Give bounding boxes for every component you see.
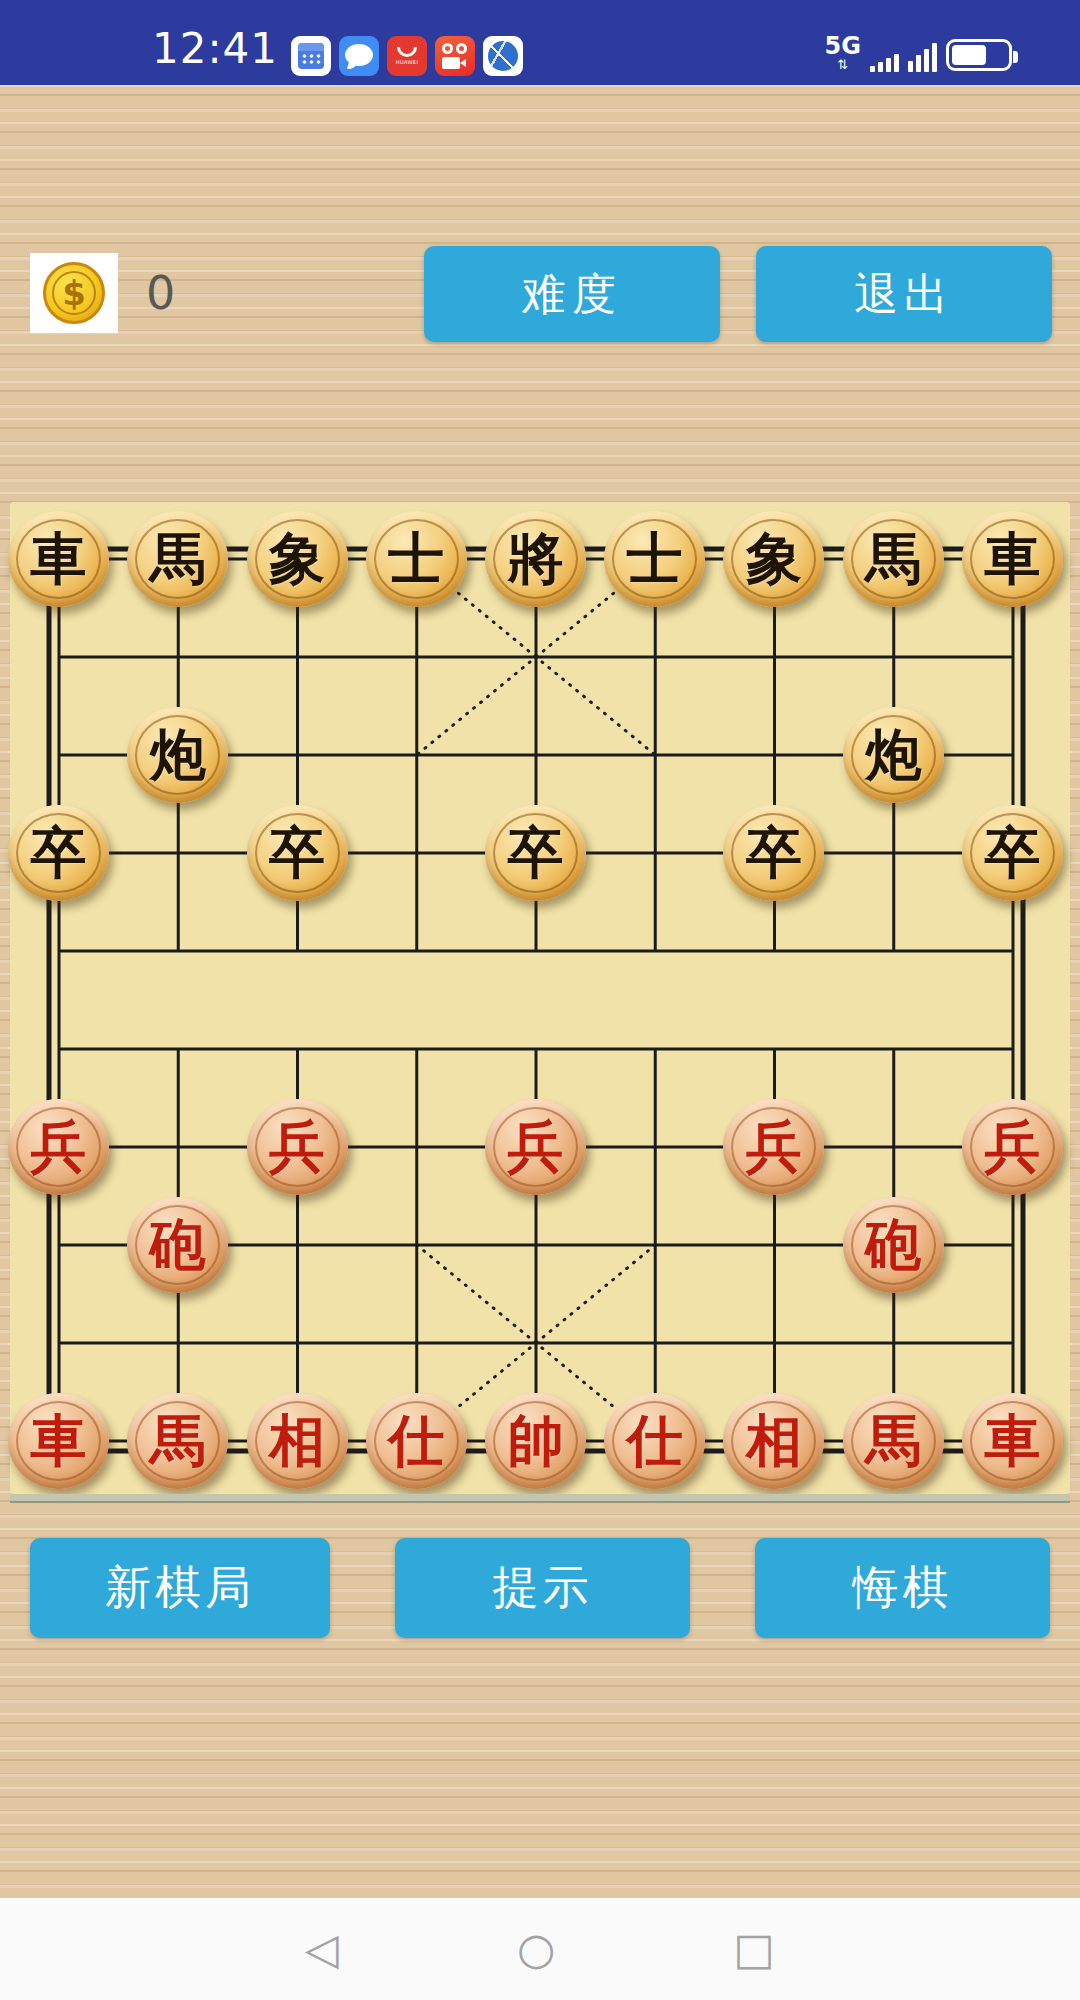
board-intersection[interactable] — [834, 902, 953, 1000]
board-grid: 車馬象士將士象馬車炮炮卒卒卒卒卒兵兵兵兵兵砲砲車馬相仕帥仕相馬車 — [0, 510, 1072, 1490]
piece-red-soldier[interactable]: 兵 — [962, 1099, 1063, 1195]
data-arrows-icon: ⇅ — [837, 58, 848, 71]
board-intersection[interactable] — [953, 608, 1072, 706]
board-intersection[interactable] — [714, 902, 833, 1000]
board-intersection[interactable]: 仕 — [357, 1392, 476, 1490]
board-intersection[interactable] — [834, 1098, 953, 1196]
board-intersection[interactable] — [118, 608, 237, 706]
board-intersection[interactable]: 砲 — [118, 1196, 237, 1294]
piece-glyph: 兵 — [31, 1119, 87, 1175]
piece-glyph: 卒 — [31, 825, 87, 881]
reel-glyph — [456, 43, 467, 54]
piece-black-soldier[interactable]: 卒 — [8, 805, 109, 901]
board-intersection[interactable] — [953, 1294, 1072, 1392]
board-intersection[interactable] — [357, 804, 476, 902]
board-intersection[interactable] — [953, 1196, 1072, 1294]
board-intersection[interactable]: 馬 — [834, 510, 953, 608]
piece-glyph: 象 — [746, 531, 802, 587]
board-intersection[interactable] — [714, 1294, 833, 1392]
piece-glyph: 象 — [269, 531, 325, 587]
piece-glyph: 仕 — [388, 1413, 444, 1469]
piece-glyph: 車 — [984, 1413, 1040, 1469]
piece-black-advisor[interactable]: 士 — [604, 511, 705, 607]
piece-glyph: 兵 — [507, 1119, 563, 1175]
board-intersection[interactable] — [237, 608, 356, 706]
board-intersection[interactable] — [0, 902, 118, 1000]
board-intersection[interactable] — [0, 1000, 118, 1098]
board-intersection[interactable] — [714, 706, 833, 804]
piece-red-chariot[interactable]: 車 — [962, 1393, 1063, 1489]
piece-red-soldier[interactable]: 兵 — [485, 1099, 586, 1195]
board-intersection[interactable] — [834, 804, 953, 902]
board-intersection[interactable] — [357, 1098, 476, 1196]
board-intersection[interactable]: 車 — [0, 510, 118, 608]
app-screen: 12:41 HUAWEI 5G ⇅ — [0, 0, 1080, 2000]
piece-glyph: 卒 — [984, 825, 1040, 881]
piece-black-advisor[interactable]: 士 — [366, 511, 467, 607]
board-intersection[interactable] — [595, 706, 714, 804]
signal-bars-sim2-icon — [908, 43, 937, 72]
piece-glyph: 卒 — [746, 825, 802, 881]
piece-red-cannon[interactable]: 砲 — [843, 1197, 944, 1293]
piece-red-cannon[interactable]: 砲 — [127, 1197, 228, 1293]
xiangqi-board: 車馬象士將士象馬車炮炮卒卒卒卒卒兵兵兵兵兵砲砲車馬相仕帥仕相馬車 — [10, 502, 1070, 1494]
board-intersection[interactable] — [714, 608, 833, 706]
piece-glyph: 士 — [627, 531, 683, 587]
network-type: 5G ⇅ — [825, 34, 861, 71]
piece-black-general[interactable]: 將 — [485, 511, 586, 607]
board-intersection[interactable] — [357, 608, 476, 706]
board-intersection[interactable] — [237, 1196, 356, 1294]
piece-glyph: 兵 — [984, 1119, 1040, 1175]
board-intersection[interactable] — [118, 902, 237, 1000]
piece-glyph: 相 — [269, 1413, 325, 1469]
board-intersection[interactable]: 象 — [237, 510, 356, 608]
piece-red-elephant[interactable]: 相 — [723, 1393, 824, 1489]
board-intersection[interactable]: 馬 — [118, 1392, 237, 1490]
calendar-glyph — [298, 43, 324, 69]
notification-icons: HUAWEI — [291, 36, 523, 76]
piece-black-horse[interactable]: 馬 — [843, 511, 944, 607]
chat-bubble-glyph — [345, 44, 373, 66]
board-intersection[interactable]: 仕 — [595, 1392, 714, 1490]
piece-glyph: 炮 — [150, 727, 206, 783]
board-intersection[interactable] — [595, 902, 714, 1000]
piece-red-soldier[interactable]: 兵 — [247, 1099, 348, 1195]
board-intersection[interactable] — [476, 1294, 595, 1392]
undo-button[interactable]: 悔棋 — [755, 1538, 1050, 1638]
board-intersection[interactable] — [357, 1294, 476, 1392]
piece-red-soldier[interactable]: 兵 — [723, 1099, 824, 1195]
board-intersection[interactable]: 卒 — [476, 804, 595, 902]
board-intersection[interactable] — [357, 902, 476, 1000]
piece-glyph: 馬 — [150, 531, 206, 587]
piece-red-chariot[interactable]: 車 — [8, 1393, 109, 1489]
board-intersection[interactable] — [476, 902, 595, 1000]
piece-black-elephant[interactable]: 象 — [723, 511, 824, 607]
status-bar: 12:41 HUAWEI 5G ⇅ — [0, 0, 1080, 85]
dollar-glyph: $ — [62, 273, 86, 313]
clock: 12:41 — [152, 24, 278, 73]
piece-black-chariot[interactable]: 車 — [962, 511, 1063, 607]
board-intersection[interactable] — [595, 1294, 714, 1392]
piece-glyph: 炮 — [865, 727, 921, 783]
piece-red-horse[interactable]: 馬 — [127, 1393, 228, 1489]
sail-glyph — [397, 47, 417, 57]
coin-icon: $ — [43, 262, 105, 324]
back-button[interactable]: ◁ — [305, 1927, 339, 1971]
board-intersection[interactable]: 砲 — [834, 1196, 953, 1294]
board-intersection[interactable] — [834, 608, 953, 706]
piece-glyph: 兵 — [269, 1119, 325, 1175]
board-intersection[interactable] — [595, 1000, 714, 1098]
exit-button[interactable]: 退出 — [756, 246, 1052, 342]
board-intersection[interactable] — [0, 1294, 118, 1392]
globe-glyph — [488, 41, 518, 71]
network-type-label: 5G — [825, 34, 861, 58]
board-intersection[interactable]: 將 — [476, 510, 595, 608]
board-edge — [10, 1494, 1070, 1503]
battery-icon — [946, 39, 1012, 71]
piece-glyph: 砲 — [150, 1217, 206, 1273]
board-intersection[interactable] — [237, 902, 356, 1000]
piece-glyph: 卒 — [269, 825, 325, 881]
huawei-appstore-icon: HUAWEI — [387, 36, 427, 76]
board-intersection[interactable]: 馬 — [118, 510, 237, 608]
board-intersection[interactable] — [476, 1000, 595, 1098]
board-intersection[interactable] — [237, 706, 356, 804]
board-intersection[interactable] — [953, 1000, 1072, 1098]
piece-black-cannon[interactable]: 炮 — [843, 707, 944, 803]
board-intersection[interactable] — [595, 608, 714, 706]
piece-red-general[interactable]: 帥 — [485, 1393, 586, 1489]
board-intersection[interactable]: 兵 — [714, 1098, 833, 1196]
piece-black-soldier[interactable]: 卒 — [723, 805, 824, 901]
board-intersection[interactable] — [0, 1196, 118, 1294]
board-intersection[interactable] — [714, 1196, 833, 1294]
board-intersection[interactable]: 兵 — [0, 1098, 118, 1196]
piece-black-soldier[interactable]: 卒 — [962, 805, 1063, 901]
board-intersection[interactable]: 兵 — [476, 1098, 595, 1196]
board-intersection[interactable]: 卒 — [953, 804, 1072, 902]
camera-glyph — [442, 57, 460, 69]
piece-glyph: 車 — [984, 531, 1040, 587]
board-intersection[interactable]: 卒 — [0, 804, 118, 902]
board-intersection[interactable] — [118, 1098, 237, 1196]
android-nav-bar: ◁ ○ □ — [0, 1898, 1080, 2000]
board-intersection[interactable] — [237, 1000, 356, 1098]
hint-button[interactable]: 提示 — [395, 1538, 690, 1638]
board-intersection[interactable] — [834, 1000, 953, 1098]
piece-red-soldier[interactable]: 兵 — [8, 1099, 109, 1195]
board-intersection[interactable] — [357, 1000, 476, 1098]
board-intersection[interactable] — [595, 1196, 714, 1294]
board-intersection[interactable]: 相 — [237, 1392, 356, 1490]
piece-black-horse[interactable]: 馬 — [127, 511, 228, 607]
board-intersection[interactable] — [118, 1294, 237, 1392]
battery-fill — [952, 45, 986, 65]
board-intersection[interactable] — [476, 1196, 595, 1294]
piece-glyph: 砲 — [865, 1217, 921, 1273]
piece-glyph: 車 — [31, 1413, 87, 1469]
piece-glyph: 馬 — [865, 1413, 921, 1469]
signal-bars-sim1-icon — [870, 54, 899, 72]
piece-glyph: 兵 — [746, 1119, 802, 1175]
piece-glyph: 仕 — [627, 1413, 683, 1469]
board-intersection[interactable]: 士 — [357, 510, 476, 608]
piece-black-cannon[interactable]: 炮 — [127, 707, 228, 803]
piece-black-elephant[interactable]: 象 — [247, 511, 348, 607]
board-intersection[interactable] — [237, 1294, 356, 1392]
piece-black-soldier[interactable]: 卒 — [485, 805, 586, 901]
board-intersection[interactable] — [357, 706, 476, 804]
board-intersection[interactable] — [118, 804, 237, 902]
network-status: 5G ⇅ — [825, 34, 1012, 72]
board-intersection[interactable]: 士 — [595, 510, 714, 608]
piece-glyph: 帥 — [507, 1413, 563, 1469]
board-intersection[interactable] — [0, 706, 118, 804]
coin-count: 0 — [146, 253, 175, 333]
board-intersection[interactable]: 卒 — [237, 804, 356, 902]
reel-glyph — [442, 43, 453, 54]
piece-glyph: 將 — [507, 531, 563, 587]
piece-black-soldier[interactable]: 卒 — [247, 805, 348, 901]
board-intersection[interactable] — [595, 804, 714, 902]
board-intersection[interactable]: 馬 — [834, 1392, 953, 1490]
board-intersection[interactable]: 炮 — [118, 706, 237, 804]
board-intersection[interactable]: 卒 — [714, 804, 833, 902]
board-intersection[interactable] — [953, 706, 1072, 804]
piece-glyph: 馬 — [865, 531, 921, 587]
board-intersection[interactable] — [834, 1294, 953, 1392]
board-intersection[interactable] — [357, 1196, 476, 1294]
piece-red-advisor[interactable]: 仕 — [366, 1393, 467, 1489]
calendar-app-icon — [291, 36, 331, 76]
board-intersection[interactable] — [0, 608, 118, 706]
board-intersection[interactable] — [714, 1000, 833, 1098]
board-intersection[interactable]: 車 — [0, 1392, 118, 1490]
board-intersection[interactable]: 帥 — [476, 1392, 595, 1490]
piece-glyph: 馬 — [150, 1413, 206, 1469]
board-intersection[interactable] — [476, 608, 595, 706]
board-intersection[interactable]: 車 — [953, 1392, 1072, 1490]
piece-red-elephant[interactable]: 相 — [247, 1393, 348, 1489]
board-intersection[interactable]: 兵 — [237, 1098, 356, 1196]
piece-red-horse[interactable]: 馬 — [843, 1393, 944, 1489]
board-intersection[interactable]: 相 — [714, 1392, 833, 1490]
piece-glyph: 相 — [746, 1413, 802, 1469]
difficulty-button[interactable]: 难度 — [424, 246, 720, 342]
board-intersection[interactable]: 車 — [953, 510, 1072, 608]
recents-button[interactable]: □ — [733, 1927, 775, 1971]
board-intersection[interactable] — [118, 1000, 237, 1098]
board-intersection[interactable] — [595, 1098, 714, 1196]
piece-red-advisor[interactable]: 仕 — [604, 1393, 705, 1489]
piece-glyph: 車 — [31, 531, 87, 587]
coin-panel: $ — [30, 253, 118, 333]
piece-black-chariot[interactable]: 車 — [8, 511, 109, 607]
board-intersection[interactable]: 兵 — [953, 1098, 1072, 1196]
new-game-button[interactable]: 新棋局 — [30, 1538, 330, 1638]
video-app-icon — [435, 36, 475, 76]
huawei-label: HUAWEI — [396, 59, 419, 65]
browser-app-icon — [483, 36, 523, 76]
board-intersection[interactable]: 炮 — [834, 706, 953, 804]
board-intersection[interactable] — [476, 706, 595, 804]
board-intersection[interactable] — [953, 902, 1072, 1000]
messages-app-icon — [339, 36, 379, 76]
piece-glyph: 卒 — [507, 825, 563, 881]
piece-glyph: 士 — [388, 531, 444, 587]
board-intersection[interactable]: 象 — [714, 510, 833, 608]
home-button[interactable]: ○ — [517, 1927, 555, 1971]
